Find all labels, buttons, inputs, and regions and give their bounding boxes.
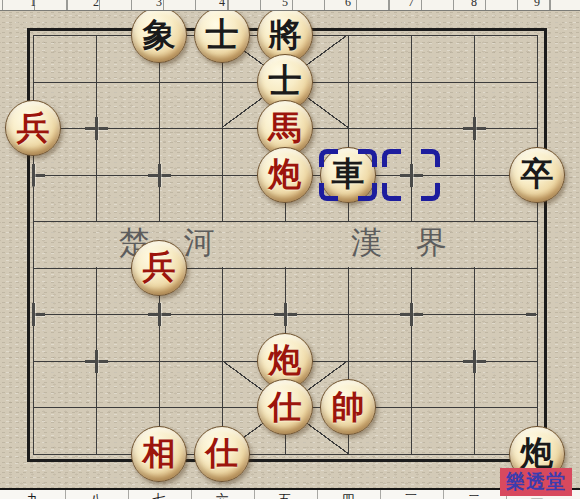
ruler-tick xyxy=(128,490,129,499)
star-point-marker xyxy=(85,117,108,140)
piece-glyph: 仕 xyxy=(269,391,302,424)
star-point-marker xyxy=(85,350,108,373)
piece-glyph: 士 xyxy=(269,65,302,98)
piece[interactable]: 象 xyxy=(131,7,187,63)
star-point-marker xyxy=(400,303,423,326)
piece-glyph: 炮 xyxy=(521,437,554,470)
piece-glyph: 炮 xyxy=(269,158,302,191)
ruler-tick xyxy=(443,490,444,499)
star-point-marker xyxy=(148,303,171,326)
piece[interactable]: 仕 xyxy=(257,379,313,435)
file-number-bottom: 四 xyxy=(342,491,355,499)
piece[interactable]: 仕 xyxy=(194,426,250,482)
piece[interactable]: 車 xyxy=(320,147,376,203)
piece[interactable]: 帥 xyxy=(320,379,376,435)
piece-glyph: 車 xyxy=(332,158,365,191)
ruler-tick xyxy=(191,490,192,499)
file-number-bottom: 三 xyxy=(405,491,418,499)
board-grid[interactable]: 楚 河 漢 界 象士將士兵馬炮車卒兵炮仕帥相仕炮 xyxy=(33,35,538,455)
piece[interactable]: 相 xyxy=(131,426,187,482)
file-number-top: 3 xyxy=(156,0,162,10)
piece[interactable]: 兵 xyxy=(131,240,187,296)
bottom-coordinate-ruler: 九八七六五四三二一 xyxy=(0,488,580,499)
piece-glyph: 炮 xyxy=(269,344,302,377)
piece-glyph: 卒 xyxy=(521,158,554,191)
piece-glyph: 將 xyxy=(269,19,302,52)
file-number-top: 7 xyxy=(408,0,414,10)
piece[interactable]: 炮 xyxy=(257,147,313,203)
piece[interactable]: 士 xyxy=(194,7,250,63)
star-point-marker xyxy=(463,117,486,140)
piece-glyph: 兵 xyxy=(143,251,176,284)
piece[interactable]: 卒 xyxy=(509,147,565,203)
piece-glyph: 仕 xyxy=(206,437,239,470)
star-point-marker xyxy=(463,350,486,373)
piece-glyph: 相 xyxy=(143,437,176,470)
piece-glyph: 帥 xyxy=(332,391,365,424)
piece-glyph: 士 xyxy=(206,19,239,52)
river-label-hanjie: 漢 界 xyxy=(351,222,460,264)
xiangqi-app-window: 123456789 楚 河 漢 界 象士將士兵馬炮車卒兵炮仕帥相仕炮 九八七六五… xyxy=(0,0,580,499)
star-point-marker xyxy=(22,303,45,326)
file-number-bottom: 二 xyxy=(468,491,481,499)
file-number-top: 1 xyxy=(30,0,36,10)
ruler-tick xyxy=(380,490,381,499)
file-number-top: 5 xyxy=(282,0,288,10)
top-coordinate-ruler: 123456789 xyxy=(0,0,580,11)
star-point-marker xyxy=(148,164,171,187)
piece-glyph: 象 xyxy=(143,19,176,52)
file-number-bottom: 九 xyxy=(27,491,40,499)
star-point-marker xyxy=(274,303,297,326)
ruler-tick xyxy=(65,490,66,499)
piece-glyph: 兵 xyxy=(17,112,50,145)
file-number-top: 2 xyxy=(93,0,99,10)
file-number-bottom: 五 xyxy=(279,491,292,499)
file-number-top: 8 xyxy=(471,0,477,10)
river-edge-lines xyxy=(33,221,538,268)
file-number-bottom: 六 xyxy=(216,491,229,499)
file-number-bottom: 八 xyxy=(90,491,103,499)
file-number-bottom: 七 xyxy=(153,491,166,499)
piece-glyph: 馬 xyxy=(269,112,302,145)
file-number-top: 9 xyxy=(534,0,540,10)
star-point-marker xyxy=(22,164,45,187)
star-point-marker xyxy=(400,164,423,187)
watermark-badge: 樂透堂 xyxy=(500,468,572,496)
piece[interactable]: 兵 xyxy=(5,100,61,156)
watermark-text: 樂透堂 xyxy=(506,469,566,495)
board-background: 楚 河 漢 界 象士將士兵馬炮車卒兵炮仕帥相仕炮 xyxy=(0,10,580,488)
file-number-top: 6 xyxy=(345,0,351,10)
file-number-top: 4 xyxy=(219,0,225,10)
ruler-tick xyxy=(254,490,255,499)
ruler-tick xyxy=(317,490,318,499)
